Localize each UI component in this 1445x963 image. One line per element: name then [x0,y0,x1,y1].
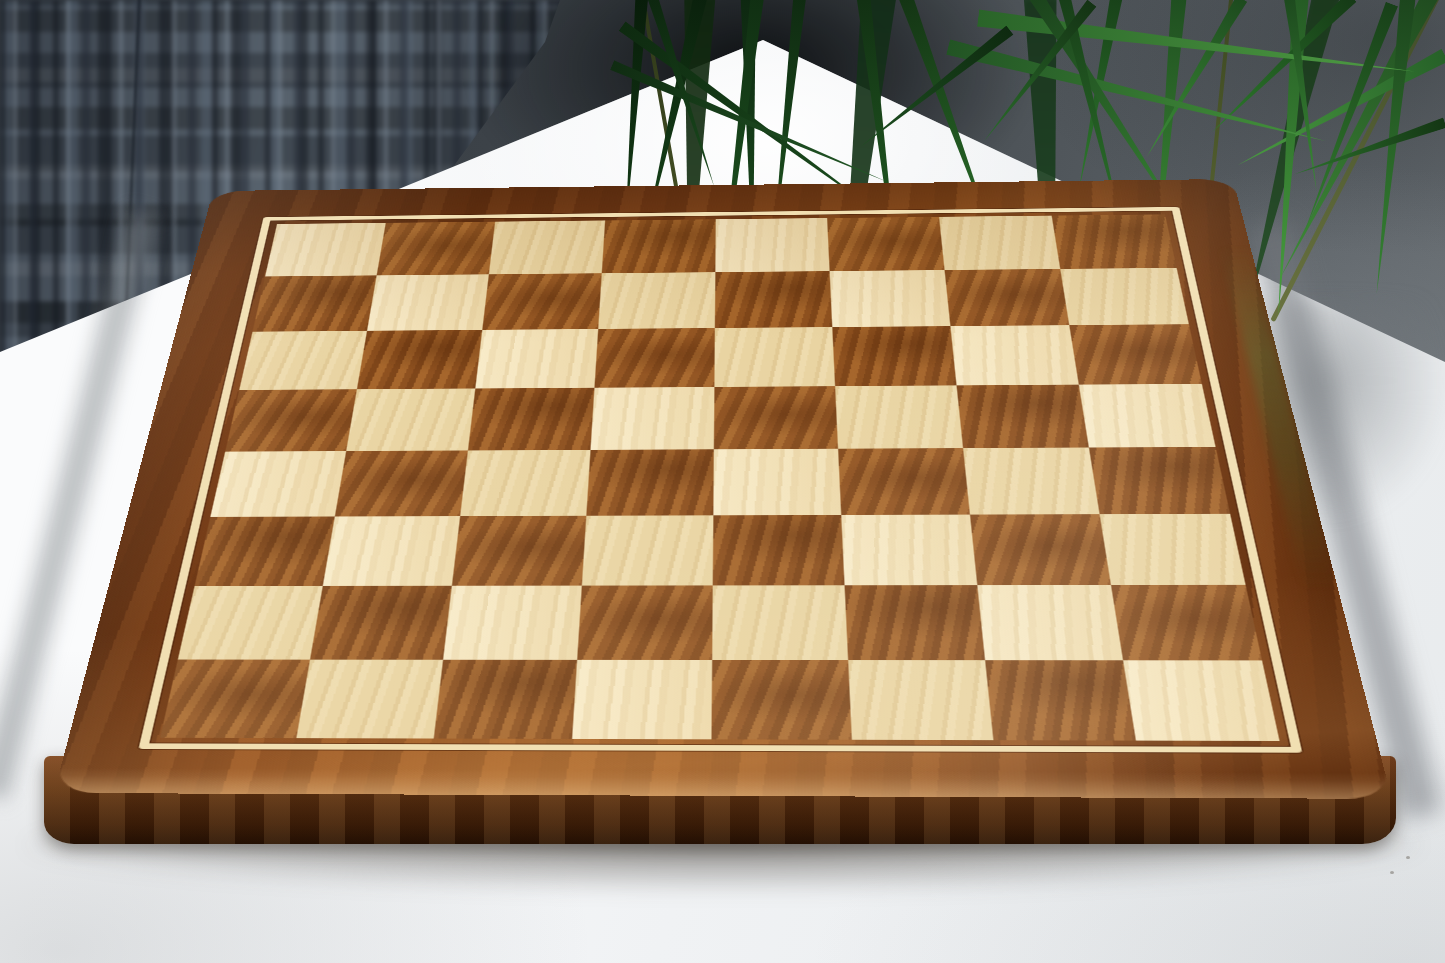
square [210,451,346,517]
square [848,660,993,740]
square [475,329,598,389]
square [335,450,468,516]
square [838,448,970,515]
square [712,585,848,660]
square [594,328,714,388]
square [598,272,715,329]
square [1100,514,1246,585]
chess-board [54,179,1392,799]
square [711,660,851,740]
square [845,585,986,660]
scene [0,0,1445,963]
square [443,586,582,660]
square [265,223,386,277]
square [830,270,951,327]
square [1079,384,1216,448]
square [160,660,310,739]
square [939,216,1060,270]
square [377,222,495,276]
square [582,515,713,585]
square [957,385,1089,448]
square [963,448,1100,515]
board-grid [160,214,1280,741]
square [367,274,489,330]
square [460,450,590,516]
square [482,273,601,330]
square [977,585,1123,660]
square [1060,268,1189,325]
square [602,219,716,273]
square [827,217,944,271]
square [950,325,1078,385]
square [1069,324,1202,384]
square [577,585,713,660]
square [714,386,838,449]
square [945,269,1070,326]
square [970,514,1111,585]
square [1052,214,1177,269]
square [572,660,712,739]
square [586,449,714,515]
square [591,387,715,450]
square [434,660,577,739]
square [310,586,452,660]
square [1123,660,1280,741]
dust-speck [1390,871,1394,874]
square [714,327,835,387]
square [239,331,367,390]
square [832,326,956,386]
square [985,660,1136,740]
square [713,449,841,516]
square [713,515,845,585]
square [178,586,323,660]
square [489,220,605,274]
square [715,271,832,328]
square [346,388,475,451]
square [841,515,977,586]
dust-speck [1406,856,1410,859]
square [715,218,829,272]
square [835,385,963,448]
square [323,516,460,586]
square [1111,585,1262,661]
square [452,516,586,586]
square [357,330,482,389]
square [225,389,357,451]
square [1089,447,1230,514]
square [468,388,595,451]
square [296,660,443,739]
square [195,516,335,586]
square [253,275,377,331]
